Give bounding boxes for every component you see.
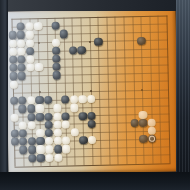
go-stone-black xyxy=(36,113,44,121)
go-stone-white xyxy=(27,96,35,104)
go-stone-black xyxy=(137,36,145,44)
go-stone-black xyxy=(18,72,26,80)
monitor-bezel-bottom xyxy=(0,172,190,190)
go-stone-white xyxy=(78,95,86,103)
go-stone-black xyxy=(69,46,77,54)
go-stone-black xyxy=(19,138,27,146)
go-stone-black xyxy=(17,23,25,31)
go-stone-black xyxy=(18,96,26,104)
go-stone-black xyxy=(45,121,53,129)
go-stone-white xyxy=(62,120,70,128)
go-stone-white xyxy=(9,39,17,47)
go-stone-black xyxy=(36,137,44,145)
go-stone-white xyxy=(17,47,25,55)
go-stone-white xyxy=(70,95,78,103)
go-stone-black xyxy=(139,119,147,127)
go-stone-black xyxy=(51,22,59,30)
go-stone-black xyxy=(8,31,16,39)
go-stone-white xyxy=(45,145,53,153)
go-stone-black xyxy=(52,63,60,71)
go-stone-white xyxy=(9,80,17,88)
go-stone-white xyxy=(139,110,147,118)
go-stone-black xyxy=(10,129,18,137)
stones-layer xyxy=(8,11,174,170)
go-stone-white xyxy=(53,129,61,137)
go-stone-white xyxy=(51,38,59,46)
go-stone-black xyxy=(28,137,36,145)
go-stone-white xyxy=(26,55,34,63)
go-stone-white xyxy=(53,104,61,112)
go-stone-black xyxy=(139,135,147,143)
go-stone-black xyxy=(94,37,102,45)
go-stone-black xyxy=(9,64,17,72)
go-stone-black xyxy=(27,113,35,121)
go-stone-black xyxy=(44,112,52,120)
go-stone-white xyxy=(62,145,70,153)
go-stone-black xyxy=(79,112,87,120)
go-stone-black xyxy=(11,138,19,146)
go-stone-black xyxy=(37,154,45,162)
go-stone-white xyxy=(25,22,33,30)
go-stone-white xyxy=(87,95,95,103)
go-stone-black xyxy=(9,56,17,64)
go-stone-black xyxy=(52,47,60,55)
go-stone-white xyxy=(17,39,25,47)
go-stone-black xyxy=(36,96,44,104)
go-stone-black xyxy=(10,97,18,105)
go-stone-white xyxy=(34,22,42,30)
go-stone-black xyxy=(130,119,138,127)
go-stone-black xyxy=(79,136,87,144)
go-stone-white xyxy=(26,31,34,39)
go-stone-black xyxy=(54,145,62,153)
go-stone-white xyxy=(88,136,96,144)
monitor-bezel-right xyxy=(176,0,190,190)
go-stone-black xyxy=(60,30,68,38)
go-stone-black xyxy=(28,154,36,162)
go-stone-white xyxy=(35,63,43,71)
go-stone-white xyxy=(53,112,61,120)
go-stone-black xyxy=(9,72,17,80)
go-stone-black xyxy=(17,31,25,39)
go-stone-white xyxy=(45,153,53,161)
go-stone-white xyxy=(37,145,45,153)
go-stone-black xyxy=(19,146,27,154)
go-stone-black xyxy=(28,146,36,154)
go-stone-black xyxy=(26,47,34,55)
go-stone-white xyxy=(70,104,78,112)
go-stone-black xyxy=(19,105,27,113)
go-stone-black xyxy=(18,64,26,72)
go-stone-black xyxy=(45,129,53,137)
go-stone-white xyxy=(36,129,44,137)
go-stone-black xyxy=(61,96,69,104)
last-move-marker xyxy=(149,136,155,142)
go-stone-white xyxy=(71,128,79,136)
go-stone-black xyxy=(17,55,25,63)
monitor-bezel-left xyxy=(0,0,8,190)
go-stone-black xyxy=(44,96,52,104)
go-stone-black xyxy=(19,129,27,137)
go-stone-black xyxy=(52,71,60,79)
go-stone-white xyxy=(53,120,61,128)
go-stone-black xyxy=(87,111,95,119)
go-stone-white xyxy=(9,47,17,55)
go-stone-black xyxy=(62,112,70,120)
go-stone-white xyxy=(148,118,156,126)
go-stone-white xyxy=(19,121,27,129)
go-stone-black xyxy=(27,105,35,113)
go-stone-white xyxy=(45,137,53,145)
go-stone-white xyxy=(26,39,34,47)
go-stone-white xyxy=(62,137,70,145)
go-stone-white xyxy=(27,121,35,129)
go-stone-black xyxy=(52,55,60,63)
go-stone-white xyxy=(36,104,44,112)
go-stone-white xyxy=(10,113,18,121)
go-stone-black xyxy=(77,46,85,54)
go-stone-black xyxy=(87,120,95,128)
go-stone-white xyxy=(54,137,62,145)
monitor-bezel-top xyxy=(0,0,190,11)
go-stone-white xyxy=(54,153,62,161)
go-stone-white xyxy=(26,63,34,71)
go-stone-white xyxy=(148,127,156,135)
go-stone-black xyxy=(148,135,156,143)
go-board[interactable] xyxy=(5,8,178,175)
photo-frame xyxy=(0,0,190,190)
